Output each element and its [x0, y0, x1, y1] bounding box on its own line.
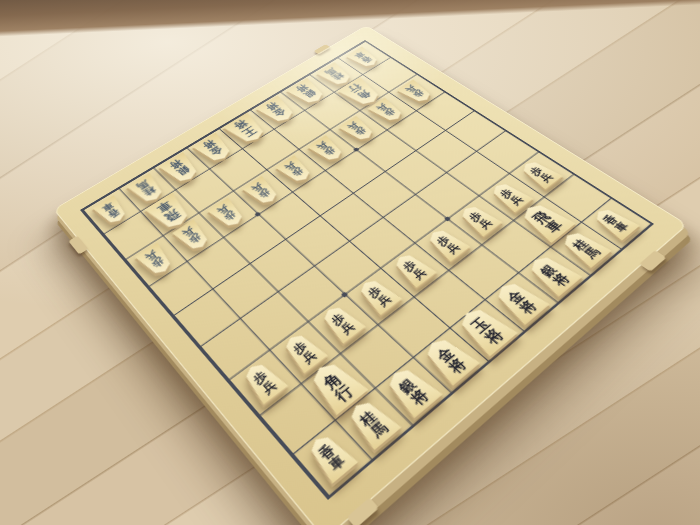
piece-pawn-4c[interactable]: 歩兵 — [306, 135, 349, 166]
piece-pawn-6c[interactable]: 歩兵 — [241, 175, 284, 208]
piece-face: 歩兵 — [134, 242, 179, 280]
piece-pawn-3g[interactable]: 歩兵 — [454, 201, 503, 238]
piece-pawn-4g[interactable]: 歩兵 — [422, 225, 472, 263]
board-grid[interactable]: 香車桂馬銀将金将王将金将銀将桂馬香車飛車角行歩兵歩兵歩兵歩兵歩兵歩兵歩兵歩兵歩兵… — [80, 40, 654, 500]
star-point — [340, 291, 348, 298]
wood-floor: 香車桂馬銀将金将王将金将銀将桂馬香車飛車角行歩兵歩兵歩兵歩兵歩兵歩兵歩兵歩兵歩兵… — [0, 0, 700, 525]
piece-face: 歩兵 — [316, 301, 367, 345]
shogi-board: 香車桂馬銀将金将王将金将銀将桂馬香車飛車角行歩兵歩兵歩兵歩兵歩兵歩兵歩兵歩兵歩兵… — [53, 25, 688, 525]
piece-pawn-1g[interactable]: 歩兵 — [516, 157, 564, 190]
piece-face: 歩兵 — [306, 135, 349, 166]
piece-pawn-9c[interactable]: 歩兵 — [134, 242, 179, 280]
piece-pawn-5g[interactable]: 歩兵 — [388, 249, 438, 289]
piece-face: 歩兵 — [516, 157, 564, 190]
board-foot — [639, 250, 666, 271]
piece-face: 歩兵 — [454, 201, 503, 238]
piece-pawn-7c[interactable]: 歩兵 — [206, 197, 250, 232]
star-point — [443, 216, 451, 222]
board-foot — [68, 236, 88, 255]
piece-face: 歩兵 — [241, 175, 284, 208]
piece-lance-1a[interactable]: 香車 — [345, 46, 384, 70]
piece-face: 歩兵 — [396, 79, 437, 106]
piece-lance-9i[interactable]: 香車 — [302, 429, 360, 485]
board-foot — [347, 497, 380, 525]
star-point — [353, 147, 360, 152]
piece-face: 香車 — [589, 204, 641, 242]
star-point — [255, 212, 262, 218]
piece-silver-7a[interactable]: 銀将 — [157, 151, 205, 187]
piece-face: 香車 — [302, 429, 360, 485]
piece-face: 歩兵 — [353, 274, 404, 316]
piece-face: 歩兵 — [422, 225, 472, 263]
piece-face: 歩兵 — [206, 197, 250, 232]
piece-face: 歩兵 — [337, 116, 379, 145]
piece-face: 香車 — [345, 46, 384, 70]
piece-pawn-9g[interactable]: 歩兵 — [237, 357, 290, 406]
piece-face: 歩兵 — [274, 155, 317, 187]
piece-face: 銀将 — [157, 151, 205, 187]
piece-face: 香車 — [91, 194, 132, 228]
piece-pawn-3c[interactable]: 歩兵 — [337, 116, 379, 145]
piece-lance-1i[interactable]: 香車 — [589, 204, 641, 242]
piece-pawn-6g[interactable]: 歩兵 — [353, 274, 404, 316]
piece-pawn-7g[interactable]: 歩兵 — [316, 301, 367, 345]
piece-pawn-1c[interactable]: 歩兵 — [396, 79, 437, 106]
piece-face: 歩兵 — [237, 357, 290, 406]
piece-pawn-5c[interactable]: 歩兵 — [274, 155, 317, 187]
piece-lance-9a[interactable]: 香車 — [91, 194, 132, 228]
floor-plank-seam — [0, 0, 700, 38]
piece-face: 歩兵 — [388, 249, 438, 289]
board-foot — [314, 44, 331, 54]
